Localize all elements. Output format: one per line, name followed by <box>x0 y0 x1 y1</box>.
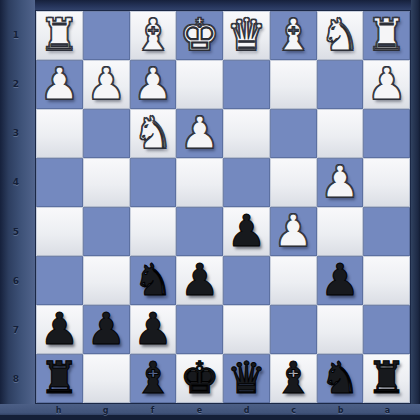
piece-black-queen: ♛ <box>227 356 266 400</box>
piece-black-king: ♚ <box>180 356 219 400</box>
piece-black-rook: ♜ <box>367 356 406 400</box>
square-d3[interactable] <box>223 109 270 158</box>
piece-black-pawn: ♟ <box>86 307 125 351</box>
square-c8[interactable]: ♝ <box>270 354 317 403</box>
rank-label-4: 4 <box>4 158 28 207</box>
square-g5[interactable] <box>83 207 130 256</box>
chess-board: ♜♝♚♛♝♞♜♟♟♟♟♞♟♟♟♟♞♟♟♟♟♟♜♝♚♛♝♞♜ <box>35 10 411 404</box>
square-e5[interactable] <box>176 207 223 256</box>
square-d7[interactable] <box>223 305 270 354</box>
square-b6[interactable]: ♟ <box>317 256 364 305</box>
rank-label-6: 6 <box>4 256 28 305</box>
piece-white-rook: ♜ <box>40 13 79 57</box>
square-e8[interactable]: ♚ <box>176 354 223 403</box>
square-c3[interactable] <box>270 109 317 158</box>
square-d6[interactable] <box>223 256 270 305</box>
square-h6[interactable] <box>36 256 83 305</box>
square-c6[interactable] <box>270 256 317 305</box>
square-d8[interactable]: ♛ <box>223 354 270 403</box>
rank-label-2: 2 <box>4 59 28 108</box>
square-d5[interactable]: ♟ <box>223 207 270 256</box>
square-c4[interactable] <box>270 158 317 207</box>
square-d1[interactable]: ♛ <box>223 11 270 60</box>
piece-black-rook: ♜ <box>40 356 79 400</box>
piece-black-knight: ♞ <box>320 356 359 400</box>
square-d2[interactable] <box>223 60 270 109</box>
square-g7[interactable]: ♟ <box>83 305 130 354</box>
square-g2[interactable]: ♟ <box>83 60 130 109</box>
piece-white-queen: ♛ <box>227 13 266 57</box>
square-g3[interactable] <box>83 109 130 158</box>
file-label-d: d <box>223 404 270 416</box>
piece-white-pawn: ♟ <box>273 209 312 253</box>
square-c7[interactable] <box>270 305 317 354</box>
piece-black-pawn: ♟ <box>40 307 79 351</box>
piece-white-pawn: ♟ <box>40 62 79 106</box>
piece-white-bishop: ♝ <box>133 13 172 57</box>
square-a6[interactable] <box>363 256 410 305</box>
piece-black-pawn: ♟ <box>133 307 172 351</box>
square-e2[interactable] <box>176 60 223 109</box>
square-g6[interactable] <box>83 256 130 305</box>
square-e7[interactable] <box>176 305 223 354</box>
piece-white-pawn: ♟ <box>180 111 219 155</box>
file-label-f: f <box>129 404 176 416</box>
rank-label-5: 5 <box>4 207 28 256</box>
square-c1[interactable]: ♝ <box>270 11 317 60</box>
square-b1[interactable]: ♞ <box>317 11 364 60</box>
file-label-b: b <box>317 404 364 416</box>
square-f6[interactable]: ♞ <box>130 256 177 305</box>
piece-white-knight: ♞ <box>133 111 172 155</box>
piece-black-pawn: ♟ <box>227 209 266 253</box>
square-e4[interactable] <box>176 158 223 207</box>
file-label-h: h <box>35 404 82 416</box>
square-e1[interactable]: ♚ <box>176 11 223 60</box>
rank-label-3: 3 <box>4 109 28 158</box>
square-g4[interactable] <box>83 158 130 207</box>
piece-black-bishop: ♝ <box>273 356 312 400</box>
file-label-a: a <box>364 404 411 416</box>
square-a5[interactable] <box>363 207 410 256</box>
square-a7[interactable] <box>363 305 410 354</box>
board-frame-top <box>0 0 420 10</box>
file-label-e: e <box>176 404 223 416</box>
square-f8[interactable]: ♝ <box>130 354 177 403</box>
piece-black-bishop: ♝ <box>133 356 172 400</box>
square-f3[interactable]: ♞ <box>130 109 177 158</box>
board-frame-right <box>411 0 420 420</box>
square-h2[interactable]: ♟ <box>36 60 83 109</box>
square-b8[interactable]: ♞ <box>317 354 364 403</box>
square-h7[interactable]: ♟ <box>36 305 83 354</box>
square-g8[interactable] <box>83 354 130 403</box>
square-f5[interactable] <box>130 207 177 256</box>
piece-white-pawn: ♟ <box>86 62 125 106</box>
square-a4[interactable] <box>363 158 410 207</box>
square-a3[interactable] <box>363 109 410 158</box>
square-f7[interactable]: ♟ <box>130 305 177 354</box>
rank-label-1: 1 <box>4 10 28 59</box>
square-d4[interactable] <box>223 158 270 207</box>
square-f4[interactable] <box>130 158 177 207</box>
square-h1[interactable]: ♜ <box>36 11 83 60</box>
square-h4[interactable] <box>36 158 83 207</box>
rank-label-8: 8 <box>4 355 28 404</box>
square-f1[interactable]: ♝ <box>130 11 177 60</box>
square-h8[interactable]: ♜ <box>36 354 83 403</box>
piece-white-pawn: ♟ <box>367 62 406 106</box>
file-label-c: c <box>270 404 317 416</box>
chess-board-window: ♜♝♚♛♝♞♜♟♟♟♟♞♟♟♟♟♞♟♟♟♟♟♜♝♚♛♝♞♜ 12345678 h… <box>0 0 420 420</box>
square-a1[interactable]: ♜ <box>363 11 410 60</box>
piece-white-bishop: ♝ <box>273 13 312 57</box>
square-a2[interactable]: ♟ <box>363 60 410 109</box>
square-f2[interactable]: ♟ <box>130 60 177 109</box>
square-g1[interactable] <box>83 11 130 60</box>
piece-white-king: ♚ <box>180 13 219 57</box>
square-c5[interactable]: ♟ <box>270 207 317 256</box>
square-b3[interactable] <box>317 109 364 158</box>
square-h3[interactable] <box>36 109 83 158</box>
piece-black-pawn: ♟ <box>320 258 359 302</box>
square-b4[interactable]: ♟ <box>317 158 364 207</box>
square-a8[interactable]: ♜ <box>363 354 410 403</box>
square-e3[interactable]: ♟ <box>176 109 223 158</box>
piece-black-pawn: ♟ <box>180 258 219 302</box>
square-b2[interactable] <box>317 60 364 109</box>
file-label-g: g <box>82 404 129 416</box>
square-b7[interactable] <box>317 305 364 354</box>
square-b5[interactable] <box>317 207 364 256</box>
rank-label-7: 7 <box>4 306 28 355</box>
square-h5[interactable] <box>36 207 83 256</box>
piece-white-rook: ♜ <box>367 13 406 57</box>
piece-white-knight: ♞ <box>320 13 359 57</box>
square-e6[interactable]: ♟ <box>176 256 223 305</box>
square-c2[interactable] <box>270 60 317 109</box>
piece-black-knight: ♞ <box>133 258 172 302</box>
piece-white-pawn: ♟ <box>320 160 359 204</box>
piece-white-pawn: ♟ <box>133 62 172 106</box>
